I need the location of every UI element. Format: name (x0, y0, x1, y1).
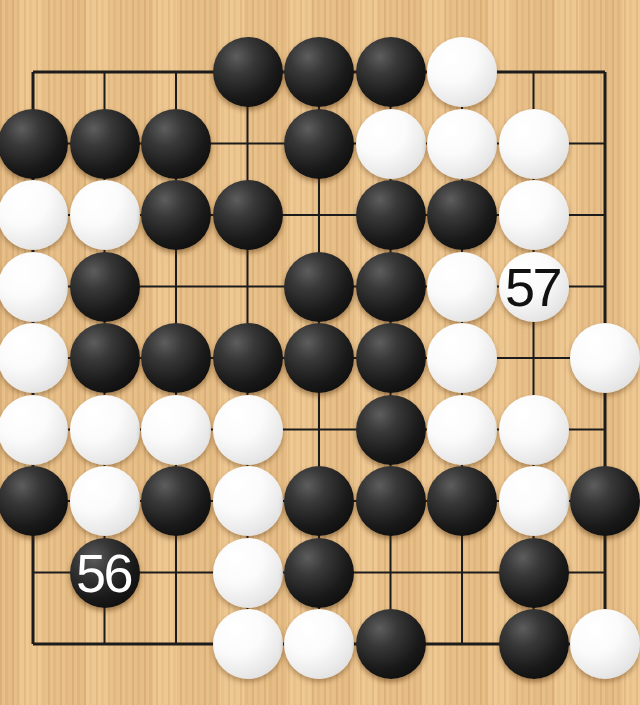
white-stone[interactable] (213, 538, 283, 608)
intersection-r4c6[interactable] (355, 251, 427, 323)
black-stone[interactable] (141, 109, 211, 179)
white-stone[interactable] (0, 323, 68, 393)
intersection-r7c4[interactable] (212, 465, 284, 537)
intersection-r4c9[interactable] (569, 251, 640, 323)
black-stone[interactable] (141, 180, 211, 250)
intersection-r2c9[interactable] (569, 108, 640, 180)
black-stone[interactable] (70, 252, 140, 322)
move-number-label: 56 (76, 546, 131, 600)
intersection-r5c4[interactable] (212, 322, 284, 394)
black-stone[interactable] (284, 538, 354, 608)
black-stone[interactable] (427, 180, 497, 250)
white-stone[interactable] (284, 609, 354, 679)
black-stone[interactable] (70, 109, 140, 179)
black-stone[interactable] (141, 466, 211, 536)
black-stone[interactable] (356, 609, 426, 679)
intersection-r3c9[interactable] (569, 179, 640, 251)
intersection-r4c8[interactable]: 57 (498, 251, 570, 323)
intersection-r8c3[interactable] (140, 537, 212, 609)
black-stone[interactable] (213, 180, 283, 250)
intersection-r1c2[interactable] (69, 36, 141, 108)
intersection-r8c8[interactable] (498, 537, 570, 609)
white-stone[interactable] (70, 466, 140, 536)
white-stone[interactable] (427, 109, 497, 179)
intersection-r8c5[interactable] (283, 537, 355, 609)
black-stone[interactable] (213, 323, 283, 393)
black-stone[interactable] (356, 323, 426, 393)
intersection-r6c3[interactable] (140, 394, 212, 466)
intersection-r1c9[interactable] (569, 36, 640, 108)
white-stone[interactable]: 57 (499, 252, 569, 322)
intersection-r7c7[interactable] (426, 465, 498, 537)
intersection-r6c1[interactable] (0, 394, 69, 466)
white-stone[interactable] (70, 180, 140, 250)
intersection-r3c7[interactable] (426, 179, 498, 251)
intersection-r7c1[interactable] (0, 465, 69, 537)
intersection-r7c3[interactable] (140, 465, 212, 537)
intersection-r2c8[interactable] (498, 108, 570, 180)
intersection-r8c9[interactable] (569, 537, 640, 609)
intersection-r4c4[interactable] (212, 251, 284, 323)
intersection-r6c6[interactable] (355, 394, 427, 466)
black-stone[interactable] (284, 466, 354, 536)
black-stone[interactable] (284, 252, 354, 322)
white-stone[interactable] (356, 109, 426, 179)
intersection-r1c6[interactable] (355, 36, 427, 108)
white-stone[interactable] (499, 395, 569, 465)
white-stone[interactable] (499, 466, 569, 536)
black-stone[interactable] (213, 37, 283, 107)
white-stone[interactable] (213, 609, 283, 679)
white-stone[interactable] (213, 466, 283, 536)
intersection-r8c7[interactable] (426, 537, 498, 609)
intersection-r3c3[interactable] (140, 179, 212, 251)
intersection-r7c9[interactable] (569, 465, 640, 537)
white-stone[interactable] (213, 395, 283, 465)
white-stone[interactable] (570, 323, 640, 393)
intersection-r9c8[interactable] (498, 608, 570, 680)
black-stone[interactable] (499, 609, 569, 679)
white-stone[interactable] (427, 395, 497, 465)
black-stone[interactable] (356, 395, 426, 465)
intersection-r2c4[interactable] (212, 108, 284, 180)
intersection-r3c4[interactable] (212, 179, 284, 251)
intersection-r3c2[interactable] (69, 179, 141, 251)
white-stone[interactable] (141, 395, 211, 465)
intersection-r3c8[interactable] (498, 179, 570, 251)
intersection-r6c4[interactable] (212, 394, 284, 466)
intersection-r1c5[interactable] (283, 36, 355, 108)
intersection-r9c7[interactable] (426, 608, 498, 680)
intersection-r6c8[interactable] (498, 394, 570, 466)
intersection-r6c7[interactable] (426, 394, 498, 466)
white-stone[interactable] (570, 609, 640, 679)
black-stone[interactable] (284, 37, 354, 107)
intersection-r9c2[interactable] (69, 608, 141, 680)
intersection-r8c4[interactable] (212, 537, 284, 609)
intersection-r9c6[interactable] (355, 608, 427, 680)
intersection-r4c1[interactable] (0, 251, 69, 323)
intersection-r6c5[interactable] (283, 394, 355, 466)
white-stone[interactable] (499, 109, 569, 179)
intersection-r7c8[interactable] (498, 465, 570, 537)
intersection-r1c7[interactable] (426, 36, 498, 108)
black-stone[interactable] (570, 466, 640, 536)
black-stone[interactable] (284, 109, 354, 179)
intersection-r9c5[interactable] (283, 608, 355, 680)
intersection-r2c6[interactable] (355, 108, 427, 180)
intersection-r2c7[interactable] (426, 108, 498, 180)
white-stone[interactable] (427, 323, 497, 393)
black-stone[interactable] (141, 323, 211, 393)
intersection-r5c1[interactable] (0, 322, 69, 394)
intersection-r5c7[interactable] (426, 322, 498, 394)
intersection-r8c2[interactable]: 56 (69, 537, 141, 609)
white-stone[interactable] (499, 180, 569, 250)
black-stone[interactable] (356, 252, 426, 322)
intersection-r3c1[interactable] (0, 179, 69, 251)
black-stone[interactable] (356, 180, 426, 250)
move-number-label: 57 (505, 260, 560, 314)
black-stone[interactable] (356, 37, 426, 107)
black-stone[interactable]: 56 (70, 538, 140, 608)
intersection-r8c1[interactable] (0, 537, 69, 609)
intersection-r9c3[interactable] (140, 608, 212, 680)
intersection-r2c2[interactable] (69, 108, 141, 180)
white-stone[interactable] (0, 395, 68, 465)
intersection-r1c1[interactable] (0, 36, 69, 108)
intersection-r7c6[interactable] (355, 465, 427, 537)
intersection-r6c2[interactable] (69, 394, 141, 466)
intersection-r9c1[interactable] (0, 608, 69, 680)
intersection-r1c4[interactable] (212, 36, 284, 108)
white-stone[interactable] (0, 180, 68, 250)
intersection-r5c5[interactable] (283, 322, 355, 394)
black-stone[interactable] (0, 466, 68, 536)
intersection-r6c9[interactable] (569, 394, 640, 466)
intersection-r7c2[interactable] (69, 465, 141, 537)
black-stone[interactable] (356, 466, 426, 536)
black-stone[interactable] (70, 323, 140, 393)
go-board[interactable]: 5756 (0, 36, 640, 680)
intersection-r9c4[interactable] (212, 608, 284, 680)
intersection-r5c9[interactable] (569, 322, 640, 394)
intersection-r2c3[interactable] (140, 108, 212, 180)
black-stone[interactable] (0, 109, 68, 179)
intersection-r4c2[interactable] (69, 251, 141, 323)
intersection-r5c2[interactable] (69, 322, 141, 394)
intersection-r9c9[interactable] (569, 608, 640, 680)
intersection-r3c6[interactable] (355, 179, 427, 251)
intersection-r5c8[interactable] (498, 322, 570, 394)
intersection-r7c5[interactable] (283, 465, 355, 537)
black-stone[interactable] (427, 466, 497, 536)
intersection-r5c3[interactable] (140, 322, 212, 394)
white-stone[interactable] (70, 395, 140, 465)
black-stone[interactable] (499, 538, 569, 608)
black-stone[interactable] (284, 323, 354, 393)
intersection-r4c3[interactable] (140, 251, 212, 323)
intersection-r5c6[interactable] (355, 322, 427, 394)
intersection-r4c5[interactable] (283, 251, 355, 323)
intersection-r1c3[interactable] (140, 36, 212, 108)
intersection-r4c7[interactable] (426, 251, 498, 323)
intersection-r2c1[interactable] (0, 108, 69, 180)
intersection-r2c5[interactable] (283, 108, 355, 180)
white-stone[interactable] (427, 37, 497, 107)
intersection-r3c5[interactable] (283, 179, 355, 251)
white-stone[interactable] (427, 252, 497, 322)
white-stone[interactable] (0, 252, 68, 322)
intersection-r1c8[interactable] (498, 36, 570, 108)
intersection-r8c6[interactable] (355, 537, 427, 609)
